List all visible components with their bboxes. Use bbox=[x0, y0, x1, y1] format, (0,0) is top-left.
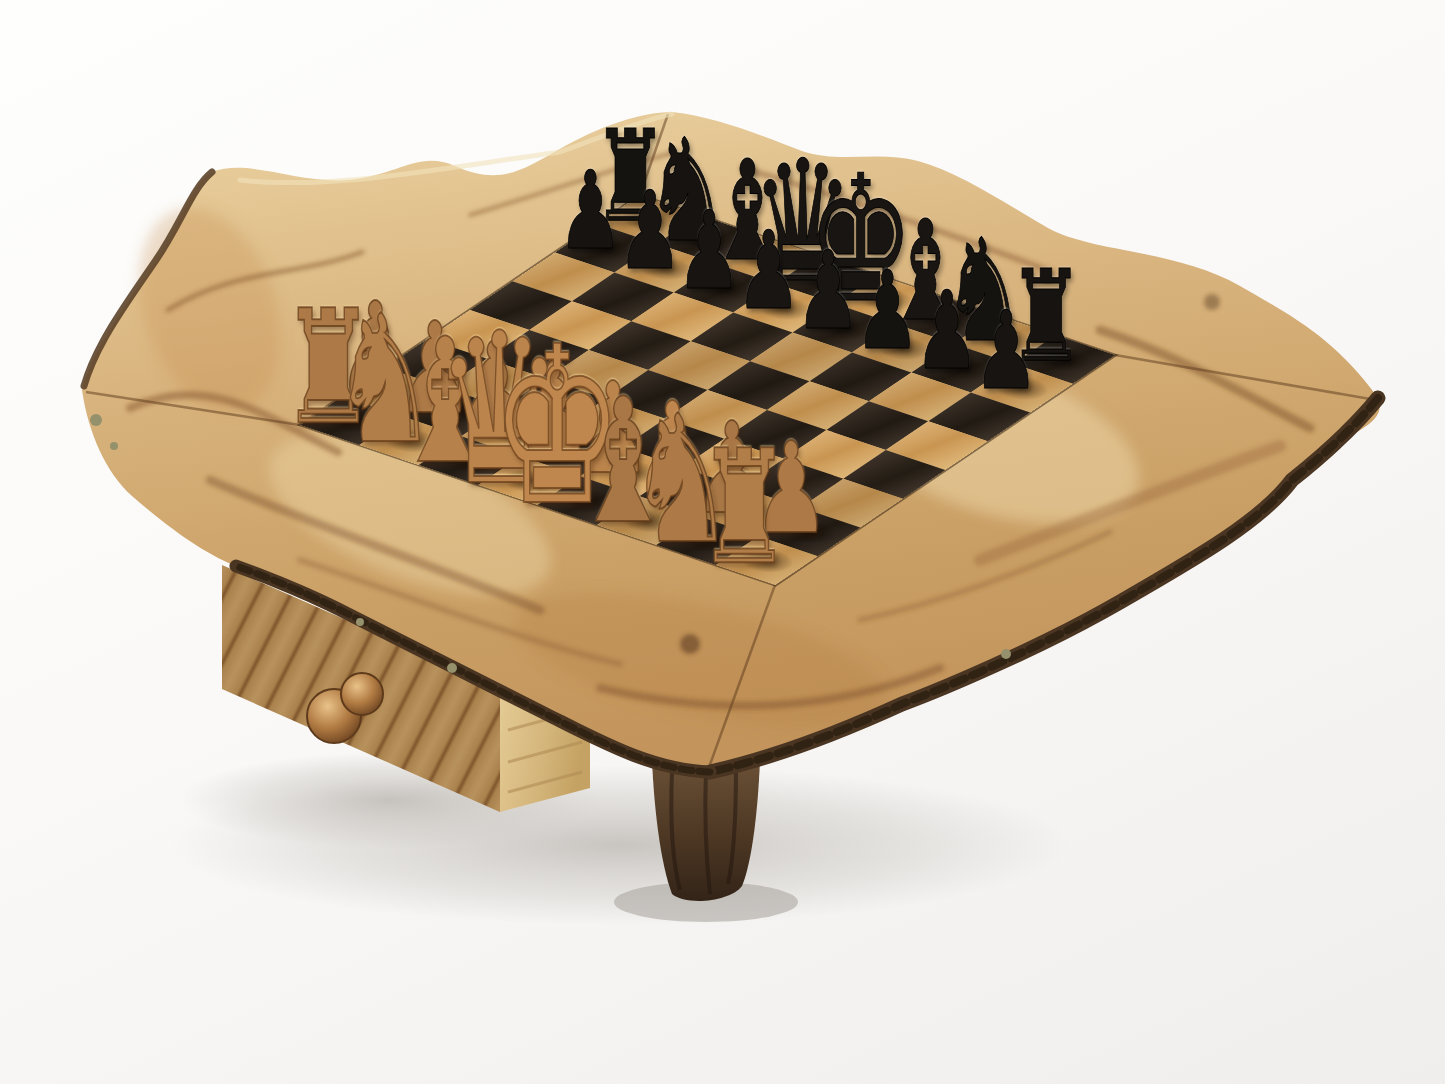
piece-black-pawn-a7[interactable]: ♟ bbox=[558, 157, 624, 265]
piece-black-pawn-c7[interactable]: ♟ bbox=[676, 197, 742, 305]
piece-black-pawn-d7[interactable]: ♟ bbox=[736, 217, 802, 325]
piece-white-rook-h1[interactable]: ♜ bbox=[696, 429, 792, 586]
piece-black-pawn-f7[interactable]: ♟ bbox=[855, 257, 921, 365]
table-leg bbox=[652, 760, 760, 901]
piece-black-pawn-g7[interactable]: ♟ bbox=[914, 277, 980, 385]
piece-black-pawn-e7[interactable]: ♟ bbox=[795, 237, 861, 345]
piece-black-pawn-b7[interactable]: ♟ bbox=[617, 177, 683, 285]
product-photo-stage: ♜♞♝♛♚♝♞♜♟♟♟♟♟♟♟♟♟♟♟♟♟♟♟♟♜♞♝♛♚♝♞♜ bbox=[0, 0, 1445, 1084]
drawer-knob-secondary bbox=[341, 673, 383, 715]
piece-black-pawn-h7[interactable]: ♟ bbox=[973, 297, 1039, 405]
